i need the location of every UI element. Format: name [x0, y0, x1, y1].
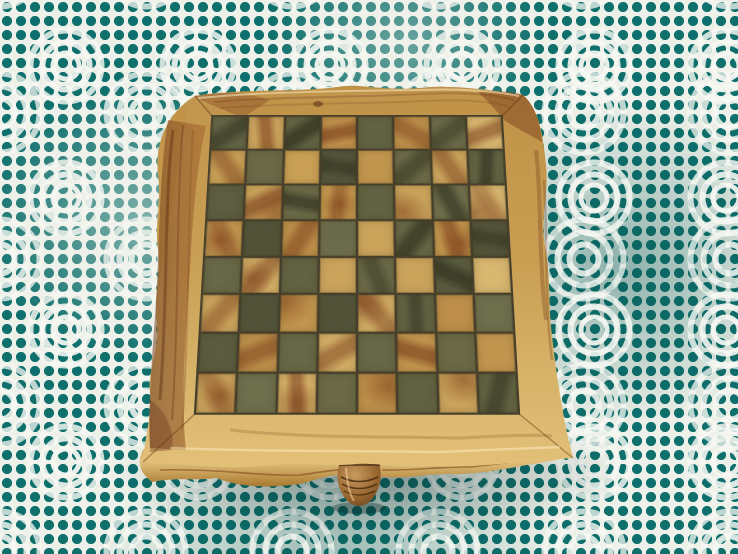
square-r5c8-light[interactable] [473, 257, 511, 293]
square-r4c3-light[interactable] [282, 221, 319, 256]
square-r1c2-light[interactable] [248, 117, 284, 149]
square-r7c2-light[interactable] [238, 334, 277, 372]
square-r2c8-dark[interactable] [468, 150, 505, 183]
square-r3c2-light[interactable] [245, 185, 282, 219]
square-r8c4-dark[interactable] [318, 374, 356, 413]
square-r6c6-dark[interactable] [397, 295, 435, 332]
square-r2c2-dark[interactable] [246, 150, 282, 183]
square-r3c4-light[interactable] [320, 185, 356, 219]
square-r1c5-dark[interactable] [358, 117, 393, 149]
square-r5c3-dark[interactable] [280, 257, 317, 293]
square-r2c3-light[interactable] [284, 150, 320, 183]
square-r4c7-light[interactable] [433, 221, 470, 256]
square-r5c7-dark[interactable] [435, 257, 473, 293]
square-r6c8-dark[interactable] [474, 295, 513, 332]
square-r6c7-light[interactable] [436, 295, 474, 332]
square-r4c8-dark[interactable] [471, 221, 509, 256]
pedestal-knob[interactable] [332, 459, 386, 514]
chessboard-grid [194, 115, 520, 415]
chessboard-grid-wrap [194, 115, 520, 415]
square-r3c8-light[interactable] [470, 185, 507, 219]
square-r8c1-light[interactable] [196, 374, 236, 413]
square-r7c3-dark[interactable] [278, 334, 316, 372]
square-r8c7-light[interactable] [438, 374, 478, 413]
square-r4c4-dark[interactable] [320, 221, 356, 256]
square-r1c6-light[interactable] [394, 117, 429, 149]
square-r3c3-dark[interactable] [283, 185, 319, 219]
square-r2c5-light[interactable] [358, 150, 393, 183]
square-r2c4-dark[interactable] [321, 150, 356, 183]
square-r7c8-light[interactable] [476, 334, 515, 372]
square-r1c4-light[interactable] [321, 117, 356, 149]
square-r2c6-dark[interactable] [395, 150, 431, 183]
square-r7c5-dark[interactable] [358, 334, 396, 372]
square-r6c1-light[interactable] [201, 295, 240, 332]
square-r5c2-light[interactable] [242, 257, 280, 293]
square-r4c1-light[interactable] [205, 221, 243, 256]
square-r5c5-dark[interactable] [358, 257, 395, 293]
square-r4c6-dark[interactable] [396, 221, 433, 256]
square-r8c2-dark[interactable] [237, 374, 277, 413]
square-r7c1-dark[interactable] [198, 334, 237, 372]
square-r1c8-light[interactable] [467, 117, 503, 149]
square-r1c1-dark[interactable] [211, 117, 247, 149]
square-r8c6-dark[interactable] [398, 374, 437, 413]
square-r1c7-dark[interactable] [430, 117, 466, 149]
square-r2c1-light[interactable] [209, 150, 246, 183]
square-r5c4-light[interactable] [319, 257, 356, 293]
square-r3c5-dark[interactable] [358, 185, 394, 219]
photo-chessboard-scene [0, 0, 738, 554]
square-r8c3-light[interactable] [277, 374, 316, 413]
square-r6c3-light[interactable] [279, 295, 317, 332]
square-r5c6-light[interactable] [396, 257, 433, 293]
square-r5c1-dark[interactable] [203, 257, 241, 293]
square-r7c7-dark[interactable] [437, 334, 476, 372]
square-r7c4-light[interactable] [318, 334, 356, 372]
square-r3c7-dark[interactable] [432, 185, 469, 219]
square-r6c2-dark[interactable] [240, 295, 278, 332]
square-r7c6-light[interactable] [397, 334, 435, 372]
square-r1c3-dark[interactable] [285, 117, 320, 149]
square-r4c5-light[interactable] [358, 221, 394, 256]
square-r6c5-light[interactable] [358, 295, 395, 332]
square-r3c6-light[interactable] [395, 185, 431, 219]
square-r2c7-light[interactable] [431, 150, 467, 183]
square-r3c1-dark[interactable] [207, 185, 244, 219]
square-r8c8-dark[interactable] [478, 374, 518, 413]
square-r4c2-dark[interactable] [243, 221, 280, 256]
square-r6c4-dark[interactable] [319, 295, 356, 332]
square-r8c5-light[interactable] [358, 374, 396, 413]
